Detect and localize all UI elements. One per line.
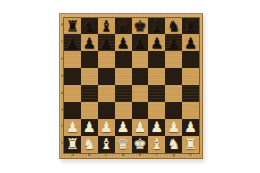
square-b7[interactable]: ♟ xyxy=(81,34,98,51)
piece-black-queen-d8[interactable]: ♛ xyxy=(115,18,132,35)
square-h4[interactable] xyxy=(182,85,199,102)
piece-white-pawn-a2[interactable]: ♟ xyxy=(64,119,81,136)
square-h7[interactable]: ♟ xyxy=(182,34,199,51)
file-label-e: e xyxy=(132,152,149,159)
square-b3[interactable] xyxy=(81,102,98,119)
piece-white-knight-g1[interactable]: ♞ xyxy=(165,136,182,153)
piece-white-rook-a1[interactable]: ♜ xyxy=(64,136,81,153)
square-e4[interactable] xyxy=(132,85,149,102)
piece-white-king-e1[interactable]: ♚ xyxy=(132,136,149,153)
piece-black-rook-h8[interactable]: ♜ xyxy=(182,18,199,35)
piece-white-pawn-f2[interactable]: ♟ xyxy=(148,119,165,136)
file-label-b: b xyxy=(81,152,98,159)
piece-white-queen-d1[interactable]: ♛ xyxy=(115,136,132,153)
piece-black-pawn-f7[interactable]: ♟ xyxy=(148,34,165,51)
square-g4[interactable] xyxy=(165,85,182,102)
piece-white-pawn-e2[interactable]: ♟ xyxy=(132,119,149,136)
file-label-h: h xyxy=(182,152,199,159)
square-f5[interactable] xyxy=(148,68,165,85)
square-d8[interactable]: ♛ xyxy=(115,18,132,35)
piece-black-pawn-e7[interactable]: ♟ xyxy=(132,34,149,51)
square-h6[interactable] xyxy=(182,51,199,68)
piece-white-knight-b1[interactable]: ♞ xyxy=(81,136,98,153)
square-c5[interactable] xyxy=(98,68,115,85)
square-g1[interactable]: ♞ xyxy=(165,136,182,153)
photo-background: 87654321 ♜♞♝♛♚♝♞♜♟♟♟♟♟♟♟♟♟♟♟♟♟♟♟♟♜♞♝♛♚♝♞… xyxy=(0,0,260,173)
file-label-f: f xyxy=(148,152,165,159)
square-h2[interactable]: ♟ xyxy=(182,119,199,136)
square-a1[interactable]: ♜ xyxy=(64,136,81,153)
square-a8[interactable]: ♜ xyxy=(64,18,81,35)
square-f7[interactable]: ♟ xyxy=(148,34,165,51)
square-a6[interactable] xyxy=(64,51,81,68)
square-e5[interactable] xyxy=(132,68,149,85)
piece-black-pawn-c7[interactable]: ♟ xyxy=(98,34,115,51)
piece-white-rook-h1[interactable]: ♜ xyxy=(182,136,199,153)
square-d5[interactable] xyxy=(115,68,132,85)
square-a4[interactable] xyxy=(64,85,81,102)
square-e8[interactable]: ♚ xyxy=(132,18,149,35)
square-c6[interactable] xyxy=(98,51,115,68)
piece-black-pawn-b7[interactable]: ♟ xyxy=(81,34,98,51)
square-f3[interactable] xyxy=(148,102,165,119)
square-d7[interactable]: ♟ xyxy=(115,34,132,51)
piece-black-knight-g8[interactable]: ♞ xyxy=(165,18,182,35)
square-d4[interactable] xyxy=(115,85,132,102)
file-label-c: c xyxy=(98,152,115,159)
square-f8[interactable]: ♝ xyxy=(148,18,165,35)
square-b4[interactable] xyxy=(81,85,98,102)
square-h3[interactable] xyxy=(182,102,199,119)
square-h1[interactable]: ♜ xyxy=(182,136,199,153)
square-a2[interactable]: ♟ xyxy=(64,119,81,136)
square-g6[interactable] xyxy=(165,51,182,68)
piece-black-pawn-g7[interactable]: ♟ xyxy=(165,34,182,51)
square-c8[interactable]: ♝ xyxy=(98,18,115,35)
square-b6[interactable] xyxy=(81,51,98,68)
square-a5[interactable] xyxy=(64,68,81,85)
square-g8[interactable]: ♞ xyxy=(165,18,182,35)
square-f6[interactable] xyxy=(148,51,165,68)
square-c1[interactable]: ♝ xyxy=(98,136,115,153)
piece-black-bishop-c8[interactable]: ♝ xyxy=(98,18,115,35)
piece-black-pawn-h7[interactable]: ♟ xyxy=(182,34,199,51)
piece-white-pawn-g2[interactable]: ♟ xyxy=(165,119,182,136)
piece-white-pawn-d2[interactable]: ♟ xyxy=(115,119,132,136)
piece-black-king-e8[interactable]: ♚ xyxy=(132,18,149,35)
square-c2[interactable]: ♟ xyxy=(98,119,115,136)
square-c7[interactable]: ♟ xyxy=(98,34,115,51)
board-grid: ♜♞♝♛♚♝♞♜♟♟♟♟♟♟♟♟♟♟♟♟♟♟♟♟♜♞♝♛♚♝♞♜ xyxy=(64,18,199,153)
square-c3[interactable] xyxy=(98,102,115,119)
square-b2[interactable]: ♟ xyxy=(81,119,98,136)
square-g5[interactable] xyxy=(165,68,182,85)
piece-white-bishop-f1[interactable]: ♝ xyxy=(148,136,165,153)
square-e1[interactable]: ♚ xyxy=(132,136,149,153)
square-e3[interactable] xyxy=(132,102,149,119)
square-e6[interactable] xyxy=(132,51,149,68)
piece-black-knight-b8[interactable]: ♞ xyxy=(81,18,98,35)
square-b8[interactable]: ♞ xyxy=(81,18,98,35)
piece-black-bishop-f8[interactable]: ♝ xyxy=(148,18,165,35)
square-h8[interactable]: ♜ xyxy=(182,18,199,35)
piece-black-rook-a8[interactable]: ♜ xyxy=(64,18,81,35)
piece-white-pawn-b2[interactable]: ♟ xyxy=(81,119,98,136)
square-c4[interactable] xyxy=(98,85,115,102)
file-label-a: a xyxy=(64,152,81,159)
square-g2[interactable]: ♟ xyxy=(165,119,182,136)
square-d2[interactable]: ♟ xyxy=(115,119,132,136)
square-e7[interactable]: ♟ xyxy=(132,34,149,51)
piece-black-pawn-a7[interactable]: ♟ xyxy=(64,34,81,51)
square-b1[interactable]: ♞ xyxy=(81,136,98,153)
square-d6[interactable] xyxy=(115,51,132,68)
square-g3[interactable] xyxy=(165,102,182,119)
piece-white-pawn-h2[interactable]: ♟ xyxy=(182,119,199,136)
piece-black-pawn-d7[interactable]: ♟ xyxy=(115,34,132,51)
file-labels: abcdefgh xyxy=(64,152,199,159)
square-a3[interactable] xyxy=(64,102,81,119)
square-h5[interactable] xyxy=(182,68,199,85)
square-f4[interactable] xyxy=(148,85,165,102)
square-b5[interactable] xyxy=(81,68,98,85)
square-e2[interactable]: ♟ xyxy=(132,119,149,136)
chess-board: 87654321 ♜♞♝♛♚♝♞♜♟♟♟♟♟♟♟♟♟♟♟♟♟♟♟♟♜♞♝♛♚♝♞… xyxy=(59,13,203,159)
square-f2[interactable]: ♟ xyxy=(148,119,165,136)
file-label-g: g xyxy=(165,152,182,159)
square-g7[interactable]: ♟ xyxy=(165,34,182,51)
square-a7[interactable]: ♟ xyxy=(64,34,81,51)
square-f1[interactable]: ♝ xyxy=(148,136,165,153)
file-label-d: d xyxy=(115,152,132,159)
piece-white-bishop-c1[interactable]: ♝ xyxy=(98,136,115,153)
square-d1[interactable]: ♛ xyxy=(115,136,132,153)
piece-white-pawn-c2[interactable]: ♟ xyxy=(98,119,115,136)
square-d3[interactable] xyxy=(115,102,132,119)
